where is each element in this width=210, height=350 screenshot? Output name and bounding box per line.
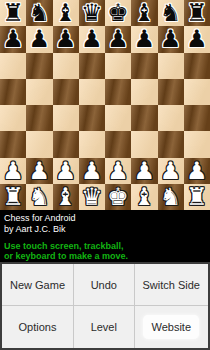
black-pawn: ♟ <box>160 26 182 52</box>
square-e8[interactable]: ♚ <box>105 0 131 26</box>
square-a7[interactable]: ♟ <box>0 26 26 52</box>
white-bishop: ♝ <box>134 184 156 210</box>
square-d4[interactable] <box>79 105 105 131</box>
square-b4[interactable] <box>26 105 52 131</box>
white-bishop: ♝ <box>55 184 77 210</box>
square-c3[interactable] <box>53 131 79 157</box>
square-e3[interactable] <box>105 131 131 157</box>
website-label: Website <box>143 315 199 339</box>
square-h1[interactable]: ♜ <box>184 184 210 210</box>
black-pawn: ♟ <box>134 26 156 52</box>
new-game-label: New Game <box>2 273 73 297</box>
square-g2[interactable]: ♟ <box>158 158 184 184</box>
chess-board: ♜♞♝♛♚♝♞♜♟♟♟♟♟♟♟♟♟♟♟♟♟♟♟♟♜♞♝♛♚♝♞♜ <box>0 0 210 210</box>
black-pawn: ♟ <box>55 26 77 52</box>
white-rook: ♜ <box>186 184 208 210</box>
square-d6[interactable] <box>79 53 105 79</box>
square-a8[interactable]: ♜ <box>0 0 26 26</box>
square-d5[interactable] <box>79 79 105 105</box>
white-pawn: ♟ <box>55 158 77 184</box>
app-screen: ♜♞♝♛♚♝♞♜♟♟♟♟♟♟♟♟♟♟♟♟♟♟♟♟♜♞♝♛♚♝♞♜ Chess f… <box>0 0 210 350</box>
square-d7[interactable]: ♟ <box>79 26 105 52</box>
website-button[interactable]: Website <box>135 306 208 348</box>
square-h4[interactable] <box>184 105 210 131</box>
square-b5[interactable] <box>26 79 52 105</box>
level-label: Level <box>83 315 125 339</box>
square-f3[interactable] <box>131 131 157 157</box>
black-queen: ♛ <box>81 0 103 26</box>
new-game-button[interactable]: New Game <box>2 264 74 306</box>
undo-button[interactable]: Undo <box>74 264 134 306</box>
square-f5[interactable] <box>131 79 157 105</box>
menu-panel: New Game Undo Switch Side Options Level … <box>0 262 210 350</box>
square-d2[interactable]: ♟ <box>79 158 105 184</box>
options-label: Options <box>11 315 65 339</box>
square-c8[interactable]: ♝ <box>53 0 79 26</box>
black-pawn: ♟ <box>81 26 103 52</box>
square-g8[interactable]: ♞ <box>158 0 184 26</box>
white-pawn: ♟ <box>2 158 24 184</box>
black-bishop: ♝ <box>134 0 156 26</box>
square-f6[interactable] <box>131 53 157 79</box>
white-pawn: ♟ <box>186 158 208 184</box>
square-c7[interactable]: ♟ <box>53 26 79 52</box>
square-g4[interactable] <box>158 105 184 131</box>
square-h6[interactable] <box>184 53 210 79</box>
square-f2[interactable]: ♟ <box>131 158 157 184</box>
switch-side-label: Switch Side <box>135 273 208 297</box>
square-f8[interactable]: ♝ <box>131 0 157 26</box>
square-e2[interactable]: ♟ <box>105 158 131 184</box>
square-c4[interactable] <box>53 105 79 131</box>
black-pawn: ♟ <box>29 26 51 52</box>
square-e7[interactable]: ♟ <box>105 26 131 52</box>
black-rook: ♜ <box>186 0 208 26</box>
switch-side-button[interactable]: Switch Side <box>135 264 208 306</box>
status-line-2: or keyboard to make a move. <box>4 251 206 261</box>
white-king: ♚ <box>107 184 129 210</box>
info-panel: Chess for Android by Aart J.C. Bik Use t… <box>0 210 210 262</box>
black-knight: ♞ <box>29 0 51 26</box>
square-b7[interactable]: ♟ <box>26 26 52 52</box>
square-b1[interactable]: ♞ <box>26 184 52 210</box>
white-knight: ♞ <box>160 184 182 210</box>
square-a3[interactable] <box>0 131 26 157</box>
status-line-1: Use touch screen, trackball, <box>4 241 206 251</box>
square-h5[interactable] <box>184 79 210 105</box>
black-king: ♚ <box>107 0 129 26</box>
white-pawn: ♟ <box>107 158 129 184</box>
square-g1[interactable]: ♞ <box>158 184 184 210</box>
square-g7[interactable]: ♟ <box>158 26 184 52</box>
white-rook: ♜ <box>2 184 24 210</box>
square-c2[interactable]: ♟ <box>53 158 79 184</box>
square-g3[interactable] <box>158 131 184 157</box>
square-h8[interactable]: ♜ <box>184 0 210 26</box>
square-d8[interactable]: ♛ <box>79 0 105 26</box>
square-a4[interactable] <box>0 105 26 131</box>
square-a2[interactable]: ♟ <box>0 158 26 184</box>
square-b8[interactable]: ♞ <box>26 0 52 26</box>
white-pawn: ♟ <box>81 158 103 184</box>
square-a6[interactable] <box>0 53 26 79</box>
app-author: by Aart J.C. Bik <box>4 224 206 235</box>
square-f1[interactable]: ♝ <box>131 184 157 210</box>
square-f4[interactable] <box>131 105 157 131</box>
undo-label: Undo <box>83 273 125 297</box>
square-c6[interactable] <box>53 53 79 79</box>
black-pawn: ♟ <box>2 26 24 52</box>
options-button[interactable]: Options <box>2 306 74 348</box>
white-queen: ♛ <box>81 184 103 210</box>
square-e6[interactable] <box>105 53 131 79</box>
white-pawn: ♟ <box>134 158 156 184</box>
square-c5[interactable] <box>53 79 79 105</box>
black-bishop: ♝ <box>55 0 77 26</box>
black-pawn: ♟ <box>107 26 129 52</box>
square-b2[interactable]: ♟ <box>26 158 52 184</box>
square-e4[interactable] <box>105 105 131 131</box>
white-knight: ♞ <box>29 184 51 210</box>
status-messages: Use touch screen, trackball, or keyboard… <box>4 241 206 262</box>
black-pawn: ♟ <box>186 26 208 52</box>
square-h7[interactable]: ♟ <box>184 26 210 52</box>
square-a1[interactable]: ♜ <box>0 184 26 210</box>
square-e5[interactable] <box>105 79 131 105</box>
black-rook: ♜ <box>2 0 24 26</box>
square-d1[interactable]: ♛ <box>79 184 105 210</box>
square-g6[interactable] <box>158 53 184 79</box>
square-a5[interactable] <box>0 79 26 105</box>
white-pawn: ♟ <box>160 158 182 184</box>
square-h3[interactable] <box>184 131 210 157</box>
white-pawn: ♟ <box>29 158 51 184</box>
black-knight: ♞ <box>160 0 182 26</box>
square-b6[interactable] <box>26 53 52 79</box>
square-h2[interactable]: ♟ <box>184 158 210 184</box>
app-title: Chess for Android <box>4 213 206 224</box>
square-d3[interactable] <box>79 131 105 157</box>
square-g5[interactable] <box>158 79 184 105</box>
square-e1[interactable]: ♚ <box>105 184 131 210</box>
square-c1[interactable]: ♝ <box>53 184 79 210</box>
square-b3[interactable] <box>26 131 52 157</box>
square-f7[interactable]: ♟ <box>131 26 157 52</box>
level-button[interactable]: Level <box>74 306 134 348</box>
